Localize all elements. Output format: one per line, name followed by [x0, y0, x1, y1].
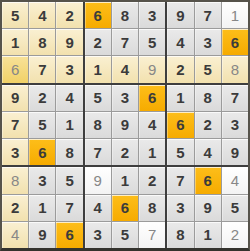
cell-r6c6[interactable]: 1: [139, 139, 165, 165]
cell-r7c9[interactable]: 4: [222, 167, 248, 193]
cell-r4c3[interactable]: 4: [56, 85, 82, 111]
cell-r2c7[interactable]: 4: [167, 29, 193, 55]
cell-r8c5[interactable]: 6: [112, 195, 138, 221]
cell-r1c1[interactable]: 5: [2, 2, 28, 28]
cell-r1c5[interactable]: 8: [112, 2, 138, 28]
cell-r9c5[interactable]: 5: [112, 222, 138, 248]
sudoku-box-grid: 5421896736832751499714362589247513685368…: [2, 2, 248, 248]
box-3-1: 835217496: [2, 167, 83, 248]
cell-r9c7[interactable]: 8: [167, 222, 193, 248]
cell-r8c8[interactable]: 9: [195, 195, 221, 221]
box-3-3: 764395812: [167, 167, 248, 248]
cell-r8c7[interactable]: 3: [167, 195, 193, 221]
cell-r3c6[interactable]: 9: [139, 56, 165, 82]
cell-r4c5[interactable]: 3: [112, 85, 138, 111]
cell-r4c6[interactable]: 6: [139, 85, 165, 111]
cell-r7c8[interactable]: 6: [195, 167, 221, 193]
cell-r3c5[interactable]: 4: [112, 56, 138, 82]
cell-r3c4[interactable]: 1: [85, 56, 111, 82]
cell-r8c6[interactable]: 8: [139, 195, 165, 221]
cell-r9c2[interactable]: 9: [29, 222, 55, 248]
box-2-3: 187623549: [167, 85, 248, 166]
cell-r3c9[interactable]: 8: [222, 56, 248, 82]
sudoku-board: 5421896736832751499714362589247513685368…: [0, 0, 250, 251]
box-1-3: 971436258: [167, 2, 248, 83]
cell-r2c6[interactable]: 5: [139, 29, 165, 55]
cell-r4c2[interactable]: 2: [29, 85, 55, 111]
box-1-2: 683275149: [85, 2, 166, 83]
cell-r3c2[interactable]: 7: [29, 56, 55, 82]
cell-r7c4[interactable]: 9: [85, 167, 111, 193]
cell-r3c3[interactable]: 3: [56, 56, 82, 82]
cell-r5c4[interactable]: 8: [85, 112, 111, 138]
cell-r2c2[interactable]: 8: [29, 29, 55, 55]
cell-r3c7[interactable]: 2: [167, 56, 193, 82]
cell-r6c5[interactable]: 2: [112, 139, 138, 165]
cell-r5c3[interactable]: 1: [56, 112, 82, 138]
cell-r8c1[interactable]: 2: [2, 195, 28, 221]
cell-r6c4[interactable]: 7: [85, 139, 111, 165]
box-1-1: 542189673: [2, 2, 83, 83]
cell-r7c6[interactable]: 2: [139, 167, 165, 193]
cell-r1c9[interactable]: 1: [222, 2, 248, 28]
cell-r7c1[interactable]: 8: [2, 167, 28, 193]
cell-r4c7[interactable]: 1: [167, 85, 193, 111]
box-2-1: 924751368: [2, 85, 83, 166]
cell-r9c8[interactable]: 1: [195, 222, 221, 248]
cell-r1c8[interactable]: 7: [195, 2, 221, 28]
cell-r3c1[interactable]: 6: [2, 56, 28, 82]
cell-r2c5[interactable]: 7: [112, 29, 138, 55]
cell-r6c7[interactable]: 5: [167, 139, 193, 165]
cell-r8c4[interactable]: 4: [85, 195, 111, 221]
cell-r5c2[interactable]: 5: [29, 112, 55, 138]
cell-r1c3[interactable]: 2: [56, 2, 82, 28]
cell-r4c4[interactable]: 5: [85, 85, 111, 111]
cell-r1c7[interactable]: 9: [167, 2, 193, 28]
cell-r6c8[interactable]: 4: [195, 139, 221, 165]
cell-r9c9[interactable]: 2: [222, 222, 248, 248]
cell-r9c4[interactable]: 3: [85, 222, 111, 248]
box-2-2: 536894721: [85, 85, 166, 166]
cell-r9c3[interactable]: 6: [56, 222, 82, 248]
cell-r2c9[interactable]: 6: [222, 29, 248, 55]
cell-r1c2[interactable]: 4: [29, 2, 55, 28]
cell-r6c9[interactable]: 9: [222, 139, 248, 165]
cell-r4c1[interactable]: 9: [2, 85, 28, 111]
cell-r1c4[interactable]: 6: [85, 2, 111, 28]
cell-r7c7[interactable]: 7: [167, 167, 193, 193]
cell-r6c3[interactable]: 8: [56, 139, 82, 165]
cell-r5c5[interactable]: 9: [112, 112, 138, 138]
cell-r2c3[interactable]: 9: [56, 29, 82, 55]
cell-r5c7[interactable]: 6: [167, 112, 193, 138]
cell-r4c8[interactable]: 8: [195, 85, 221, 111]
cell-r5c9[interactable]: 3: [222, 112, 248, 138]
cell-r7c2[interactable]: 3: [29, 167, 55, 193]
cell-r6c2[interactable]: 6: [29, 139, 55, 165]
cell-r1c6[interactable]: 3: [139, 2, 165, 28]
cell-r6c1[interactable]: 3: [2, 139, 28, 165]
cell-r8c9[interactable]: 5: [222, 195, 248, 221]
cell-r8c3[interactable]: 7: [56, 195, 82, 221]
cell-r2c4[interactable]: 2: [85, 29, 111, 55]
cell-r7c3[interactable]: 5: [56, 167, 82, 193]
cell-r7c5[interactable]: 1: [112, 167, 138, 193]
box-3-2: 912468357: [85, 167, 166, 248]
cell-r9c6[interactable]: 7: [139, 222, 165, 248]
cell-r4c9[interactable]: 7: [222, 85, 248, 111]
cell-r8c2[interactable]: 1: [29, 195, 55, 221]
cell-r5c6[interactable]: 4: [139, 112, 165, 138]
cell-r2c8[interactable]: 3: [195, 29, 221, 55]
cell-r3c8[interactable]: 5: [195, 56, 221, 82]
cell-r5c1[interactable]: 7: [2, 112, 28, 138]
cell-r5c8[interactable]: 2: [195, 112, 221, 138]
cell-r9c1[interactable]: 4: [2, 222, 28, 248]
cell-r2c1[interactable]: 1: [2, 29, 28, 55]
